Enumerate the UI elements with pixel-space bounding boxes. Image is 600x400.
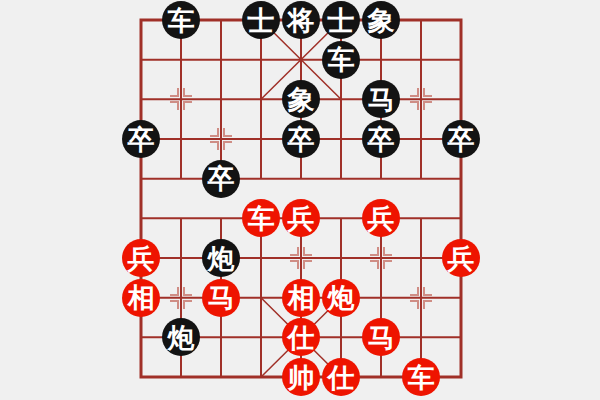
piece-black-elephant-e2[interactable]: 象 xyxy=(282,80,320,118)
piece-red-soldier-i6[interactable]: 兵 xyxy=(442,239,480,277)
xiangqi-board: 车士将士象车象马卒卒卒卒卒炮炮车兵兵兵兵相马相炮仕马帅仕车 xyxy=(0,0,600,400)
piece-red-general-e9[interactable]: 帅 xyxy=(282,358,320,396)
piece-black-advisor-f0[interactable]: 士 xyxy=(322,1,360,39)
piece-black-soldier-c4[interactable]: 卒 xyxy=(202,160,240,198)
piece-black-cannon-b8[interactable]: 炮 xyxy=(162,318,200,356)
piece-black-soldier-i3[interactable]: 卒 xyxy=(442,120,480,158)
piece-black-soldier-e3[interactable]: 卒 xyxy=(282,120,320,158)
piece-black-elephant-g0[interactable]: 象 xyxy=(362,1,400,39)
piece-red-elephant-a7[interactable]: 相 xyxy=(122,279,160,317)
piece-black-general-e0[interactable]: 将 xyxy=(282,1,320,39)
piece-red-elephant-e7[interactable]: 相 xyxy=(282,279,320,317)
piece-red-horse-g8[interactable]: 马 xyxy=(362,318,400,356)
piece-red-soldier-a6[interactable]: 兵 xyxy=(122,239,160,277)
piece-black-chariot-b0[interactable]: 车 xyxy=(162,1,200,39)
piece-black-advisor-d0[interactable]: 士 xyxy=(242,1,280,39)
piece-black-soldier-g3[interactable]: 卒 xyxy=(362,120,400,158)
piece-red-horse-c7[interactable]: 马 xyxy=(202,279,240,317)
piece-red-soldier-g5[interactable]: 兵 xyxy=(362,199,400,237)
piece-black-soldier-a3[interactable]: 卒 xyxy=(122,120,160,158)
piece-black-chariot-f1[interactable]: 车 xyxy=(322,41,360,79)
piece-layer: 车士将士象车象马卒卒卒卒卒炮炮车兵兵兵兵相马相炮仕马帅仕车 xyxy=(0,0,600,400)
piece-red-advisor-e8[interactable]: 仕 xyxy=(282,318,320,356)
piece-black-cannon-c6[interactable]: 炮 xyxy=(202,239,240,277)
piece-red-soldier-e5[interactable]: 兵 xyxy=(282,199,320,237)
piece-red-cannon-f7[interactable]: 炮 xyxy=(322,279,360,317)
piece-red-advisor-f9[interactable]: 仕 xyxy=(322,358,360,396)
piece-red-chariot-d5[interactable]: 车 xyxy=(242,199,280,237)
piece-red-chariot-h9[interactable]: 车 xyxy=(402,358,440,396)
piece-black-horse-g2[interactable]: 马 xyxy=(362,80,400,118)
